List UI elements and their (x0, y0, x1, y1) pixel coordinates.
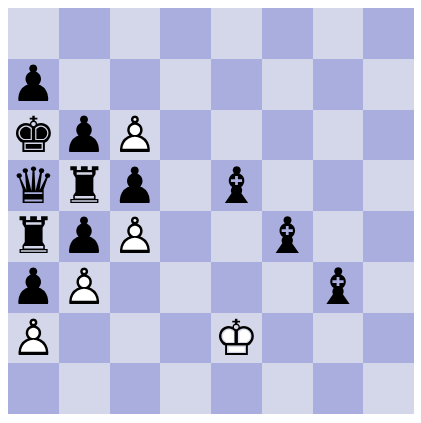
black-piece-glyph: ♟ (11, 59, 56, 109)
square-a2[interactable]: ♟♙ (8, 313, 59, 364)
square-d6[interactable] (160, 110, 211, 161)
square-g8[interactable] (313, 8, 364, 59)
black-piece-glyph: ♟ (11, 262, 56, 312)
black-piece-glyph: ♚ (11, 110, 56, 160)
square-c6[interactable]: ♟♙ (110, 110, 161, 161)
black-piece-glyph: ♜ (11, 211, 56, 261)
black-piece-glyph: ♝ (265, 211, 310, 261)
square-b5[interactable]: ♜ (59, 160, 110, 211)
piece-white-king[interactable]: ♚♔ (211, 313, 262, 364)
piece-white-pawn[interactable]: ♟♙ (8, 313, 59, 364)
square-g7[interactable] (313, 59, 364, 110)
black-piece-glyph: ♟ (112, 161, 157, 211)
piece-black-bishop[interactable]: ♝ (262, 211, 313, 262)
piece-black-pawn[interactable]: ♟ (8, 262, 59, 313)
square-e5[interactable]: ♝ (211, 160, 262, 211)
black-piece-glyph: ♝ (315, 262, 360, 312)
white-piece-outline-glyph: ♙ (62, 262, 107, 312)
square-h1[interactable] (363, 363, 414, 414)
square-e2[interactable]: ♚♔ (211, 313, 262, 364)
square-d5[interactable] (160, 160, 211, 211)
square-g5[interactable] (313, 160, 364, 211)
piece-black-king[interactable]: ♚ (8, 110, 59, 161)
square-a1[interactable] (8, 363, 59, 414)
square-a3[interactable]: ♟ (8, 262, 59, 313)
square-c7[interactable] (110, 59, 161, 110)
square-h8[interactable] (363, 8, 414, 59)
square-e3[interactable] (211, 262, 262, 313)
piece-black-rook[interactable]: ♜ (59, 160, 110, 211)
white-piece-outline-glyph: ♙ (112, 211, 157, 261)
square-f2[interactable] (262, 313, 313, 364)
square-e4[interactable] (211, 211, 262, 262)
piece-black-pawn[interactable]: ♟ (59, 211, 110, 262)
square-h2[interactable] (363, 313, 414, 364)
square-f5[interactable] (262, 160, 313, 211)
square-c2[interactable] (110, 313, 161, 364)
square-d4[interactable] (160, 211, 211, 262)
square-f8[interactable] (262, 8, 313, 59)
square-h7[interactable] (363, 59, 414, 110)
piece-black-pawn[interactable]: ♟ (59, 110, 110, 161)
black-piece-glyph: ♝ (214, 161, 259, 211)
square-h5[interactable] (363, 160, 414, 211)
square-a7[interactable]: ♟ (8, 59, 59, 110)
square-e8[interactable] (211, 8, 262, 59)
square-c1[interactable] (110, 363, 161, 414)
square-f7[interactable] (262, 59, 313, 110)
square-c8[interactable] (110, 8, 161, 59)
piece-black-rook[interactable]: ♜ (8, 211, 59, 262)
square-c3[interactable] (110, 262, 161, 313)
square-d2[interactable] (160, 313, 211, 364)
square-a6[interactable]: ♚ (8, 110, 59, 161)
square-b1[interactable] (59, 363, 110, 414)
piece-black-bishop[interactable]: ♝ (211, 160, 262, 211)
square-e1[interactable] (211, 363, 262, 414)
piece-white-pawn[interactable]: ♟♙ (110, 110, 161, 161)
square-b7[interactable] (59, 59, 110, 110)
square-f1[interactable] (262, 363, 313, 414)
white-piece-outline-glyph: ♙ (112, 110, 157, 160)
black-piece-glyph: ♜ (62, 161, 107, 211)
square-d7[interactable] (160, 59, 211, 110)
square-e6[interactable] (211, 110, 262, 161)
square-h6[interactable] (363, 110, 414, 161)
square-e7[interactable] (211, 59, 262, 110)
piece-black-pawn[interactable]: ♟ (110, 160, 161, 211)
white-piece-outline-glyph: ♙ (11, 313, 56, 363)
square-b6[interactable]: ♟ (59, 110, 110, 161)
square-g4[interactable] (313, 211, 364, 262)
board-frame: ♟♚♟♟♙♛♜♟♝♜♟♟♙♝♟♟♙♝♟♙♚♔ (0, 0, 421, 423)
square-g3[interactable]: ♝ (313, 262, 364, 313)
square-b2[interactable] (59, 313, 110, 364)
square-a4[interactable]: ♜ (8, 211, 59, 262)
black-piece-glyph: ♟ (62, 110, 107, 160)
square-d3[interactable] (160, 262, 211, 313)
square-h4[interactable] (363, 211, 414, 262)
square-f4[interactable]: ♝ (262, 211, 313, 262)
square-h3[interactable] (363, 262, 414, 313)
square-b8[interactable] (59, 8, 110, 59)
square-f3[interactable] (262, 262, 313, 313)
piece-black-queen[interactable]: ♛ (8, 160, 59, 211)
square-f6[interactable] (262, 110, 313, 161)
square-b3[interactable]: ♟♙ (59, 262, 110, 313)
white-piece-outline-glyph: ♔ (214, 313, 259, 363)
square-d8[interactable] (160, 8, 211, 59)
piece-black-pawn[interactable]: ♟ (8, 59, 59, 110)
square-c5[interactable]: ♟ (110, 160, 161, 211)
piece-white-pawn[interactable]: ♟♙ (59, 262, 110, 313)
square-a5[interactable]: ♛ (8, 160, 59, 211)
black-piece-glyph: ♛ (11, 161, 56, 211)
square-g2[interactable] (313, 313, 364, 364)
piece-white-pawn[interactable]: ♟♙ (110, 211, 161, 262)
black-piece-glyph: ♟ (62, 211, 107, 261)
square-d1[interactable] (160, 363, 211, 414)
square-g6[interactable] (313, 110, 364, 161)
square-c4[interactable]: ♟♙ (110, 211, 161, 262)
square-g1[interactable] (313, 363, 364, 414)
chess-board: ♟♚♟♟♙♛♜♟♝♜♟♟♙♝♟♟♙♝♟♙♚♔ (8, 8, 414, 414)
square-b4[interactable]: ♟ (59, 211, 110, 262)
square-a8[interactable] (8, 8, 59, 59)
piece-black-bishop[interactable]: ♝ (313, 262, 364, 313)
